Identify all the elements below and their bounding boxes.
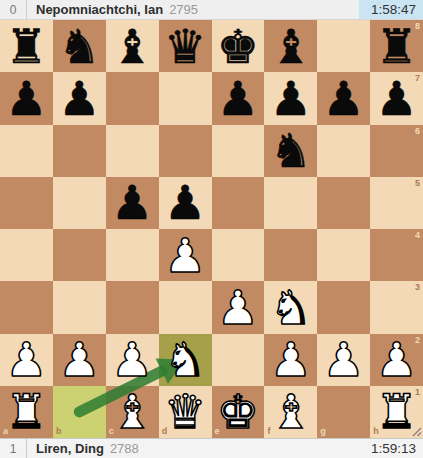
white-pawn-a2[interactable]: ♟ <box>0 334 53 386</box>
square-e7[interactable]: ♟ <box>212 72 265 124</box>
square-h3[interactable]: 3 <box>370 281 423 333</box>
black-bishop-c8[interactable]: ♝ <box>106 20 159 72</box>
square-g2[interactable]: ♟ <box>317 334 370 386</box>
coord-file-b: b <box>56 427 62 436</box>
white-player-name: Liren, Ding <box>36 441 104 456</box>
square-b3[interactable] <box>53 281 106 333</box>
white-pawn-g2[interactable]: ♟ <box>317 334 370 386</box>
white-clock: 1:59:13 <box>359 439 423 458</box>
coord-file-g: g <box>320 427 326 436</box>
square-f4[interactable] <box>264 229 317 281</box>
square-h5[interactable]: 5 <box>370 177 423 229</box>
square-b5[interactable] <box>53 177 106 229</box>
square-c6[interactable] <box>106 125 159 177</box>
black-king-e8[interactable]: ♚ <box>212 20 265 72</box>
coord-rank-3: 3 <box>415 283 420 292</box>
square-g3[interactable] <box>317 281 370 333</box>
square-e1[interactable]: ♚e <box>212 386 265 438</box>
square-d7[interactable] <box>159 72 212 124</box>
square-c2[interactable]: ♟ <box>106 334 159 386</box>
black-pawn-g7[interactable]: ♟ <box>317 72 370 124</box>
square-b6[interactable] <box>53 125 106 177</box>
square-g8[interactable] <box>317 20 370 72</box>
white-knight-d2[interactable]: ♞ <box>159 334 212 386</box>
black-pawn-d5[interactable]: ♟ <box>159 177 212 229</box>
square-d8[interactable]: ♛ <box>159 20 212 72</box>
black-player-name: Nepomniachtchi, Ian <box>36 2 163 17</box>
square-e8[interactable]: ♚ <box>212 20 265 72</box>
square-g7[interactable]: ♟ <box>317 72 370 124</box>
black-queen-d8[interactable]: ♛ <box>159 20 212 72</box>
player-bar-black: 0 Nepomniachtchi, Ian 2795 1:58:47 <box>0 0 423 20</box>
white-queen-d1[interactable]: ♛ <box>159 386 212 438</box>
square-c3[interactable] <box>106 281 159 333</box>
square-e4[interactable] <box>212 229 265 281</box>
square-d5[interactable]: ♟ <box>159 177 212 229</box>
black-bishop-f8[interactable]: ♝ <box>264 20 317 72</box>
white-bishop-f1[interactable]: ♝ <box>264 386 317 438</box>
player-bar-white: 1 Liren, Ding 2788 1:59:13 <box>0 438 423 458</box>
white-score: 1 <box>0 439 27 458</box>
square-h2[interactable]: ♟2 <box>370 334 423 386</box>
square-c7[interactable] <box>106 72 159 124</box>
square-c4[interactable] <box>106 229 159 281</box>
white-bishop-c1[interactable]: ♝ <box>106 386 159 438</box>
white-pawn-d4[interactable]: ♟ <box>159 229 212 281</box>
square-b4[interactable] <box>53 229 106 281</box>
resize-grip-icon[interactable] <box>410 425 422 437</box>
square-h4[interactable]: 4 <box>370 229 423 281</box>
black-rook-a8[interactable]: ♜ <box>0 20 53 72</box>
black-knight-f6[interactable]: ♞ <box>264 125 317 177</box>
square-h8[interactable]: ♜8 <box>370 20 423 72</box>
white-pawn-e3[interactable]: ♟ <box>212 281 265 333</box>
square-a6[interactable] <box>0 125 53 177</box>
square-g5[interactable] <box>317 177 370 229</box>
square-a7[interactable]: ♟ <box>0 72 53 124</box>
square-b7[interactable]: ♟ <box>53 72 106 124</box>
square-d3[interactable] <box>159 281 212 333</box>
square-g6[interactable] <box>317 125 370 177</box>
square-c5[interactable]: ♟ <box>106 177 159 229</box>
square-d6[interactable] <box>159 125 212 177</box>
square-f7[interactable]: ♟ <box>264 72 317 124</box>
white-player-rating: 2788 <box>110 441 139 456</box>
black-player-rating: 2795 <box>169 2 198 17</box>
square-e3[interactable]: ♟ <box>212 281 265 333</box>
square-h7[interactable]: ♟7 <box>370 72 423 124</box>
black-pawn-h7[interactable]: ♟ <box>370 72 423 124</box>
square-a5[interactable] <box>0 177 53 229</box>
black-score: 0 <box>0 0 27 19</box>
black-pawn-c5[interactable]: ♟ <box>106 177 159 229</box>
square-f1[interactable]: ♝f <box>264 386 317 438</box>
square-a1[interactable]: ♜a <box>0 386 53 438</box>
square-b1[interactable]: b <box>53 386 106 438</box>
white-pawn-f2[interactable]: ♟ <box>264 334 317 386</box>
coord-rank-4: 4 <box>415 231 420 240</box>
square-f5[interactable] <box>264 177 317 229</box>
square-f3[interactable]: ♞ <box>264 281 317 333</box>
square-g4[interactable] <box>317 229 370 281</box>
black-pawn-f7[interactable]: ♟ <box>264 72 317 124</box>
square-a8[interactable]: ♜ <box>0 20 53 72</box>
white-rook-a1[interactable]: ♜ <box>0 386 53 438</box>
black-rook-h8[interactable]: ♜ <box>370 20 423 72</box>
white-king-e1[interactable]: ♚ <box>212 386 265 438</box>
square-a4[interactable] <box>0 229 53 281</box>
square-c8[interactable]: ♝ <box>106 20 159 72</box>
chess-board[interactable]: ♜♞♝♛♚♝♜8♟♟♟♟♟♟7♞6♟♟5♟4♟♞3♟♟♟♞♟♟♟2♜ab♝c♛d… <box>0 20 423 438</box>
square-e6[interactable] <box>212 125 265 177</box>
square-c1[interactable]: ♝c <box>106 386 159 438</box>
square-h6[interactable]: 6 <box>370 125 423 177</box>
black-pawn-b7[interactable]: ♟ <box>53 72 106 124</box>
square-b8[interactable]: ♞ <box>53 20 106 72</box>
black-knight-b8[interactable]: ♞ <box>53 20 106 72</box>
square-a3[interactable] <box>0 281 53 333</box>
black-pawn-e7[interactable]: ♟ <box>212 72 265 124</box>
square-d2[interactable]: ♞ <box>159 334 212 386</box>
coord-rank-5: 5 <box>415 179 420 188</box>
square-b2[interactable]: ♟ <box>53 334 106 386</box>
white-knight-f3[interactable]: ♞ <box>264 281 317 333</box>
square-d4[interactable]: ♟ <box>159 229 212 281</box>
square-d1[interactable]: ♛d <box>159 386 212 438</box>
white-pawn-b2[interactable]: ♟ <box>53 334 106 386</box>
square-e5[interactable] <box>212 177 265 229</box>
square-f8[interactable]: ♝ <box>264 20 317 72</box>
black-pawn-a7[interactable]: ♟ <box>0 72 53 124</box>
broadcast-widget: 0 Nepomniachtchi, Ian 2795 1:58:47 ♜♞♝♛♚… <box>0 0 423 458</box>
square-e2[interactable] <box>212 334 265 386</box>
square-f2[interactable]: ♟ <box>264 334 317 386</box>
coord-rank-6: 6 <box>415 127 420 136</box>
square-a2[interactable]: ♟ <box>0 334 53 386</box>
square-f6[interactable]: ♞ <box>264 125 317 177</box>
white-pawn-c2[interactable]: ♟ <box>106 334 159 386</box>
black-clock: 1:58:47 <box>359 0 423 19</box>
square-g1[interactable]: g <box>317 386 370 438</box>
white-pawn-h2[interactable]: ♟ <box>370 334 423 386</box>
